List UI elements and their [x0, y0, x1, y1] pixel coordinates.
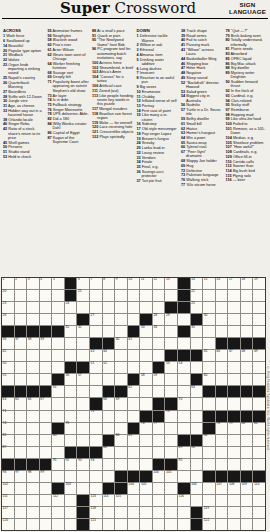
- answer-cell[interactable]: [165, 423, 177, 434]
- answer-cell[interactable]: [228, 519, 240, 530]
- answer-cell[interactable]: [90, 374, 102, 385]
- answer-cell[interactable]: 90: [191, 447, 203, 458]
- answer-cell[interactable]: 85: [128, 435, 140, 446]
- answer-cell[interactable]: [216, 362, 228, 373]
- answer-cell[interactable]: [103, 471, 115, 482]
- answer-cell[interactable]: 96: [2, 471, 14, 482]
- answer-cell[interactable]: [253, 459, 265, 470]
- answer-cell[interactable]: [103, 423, 115, 434]
- answer-cell[interactable]: 48: [241, 350, 253, 361]
- answer-cell[interactable]: [52, 471, 64, 482]
- answer-cell[interactable]: 83: [52, 435, 64, 446]
- answer-cell[interactable]: [65, 507, 77, 518]
- answer-cell[interactable]: [228, 374, 240, 385]
- answer-cell[interactable]: [165, 447, 177, 458]
- answer-cell[interactable]: [15, 423, 27, 434]
- answer-cell[interactable]: [128, 314, 140, 325]
- answer-cell[interactable]: [27, 411, 39, 422]
- answer-cell[interactable]: [77, 423, 89, 434]
- answer-cell[interactable]: [153, 302, 165, 313]
- answer-cell[interactable]: [153, 350, 165, 361]
- answer-cell[interactable]: [253, 374, 265, 385]
- answer-cell[interactable]: 9: [115, 278, 127, 289]
- answer-cell[interactable]: [140, 398, 152, 409]
- answer-cell[interactable]: 107: [216, 483, 228, 494]
- answer-cell[interactable]: [153, 338, 165, 349]
- answer-cell[interactable]: [40, 435, 52, 446]
- answer-cell[interactable]: [115, 290, 127, 301]
- answer-cell[interactable]: [65, 350, 77, 361]
- answer-cell[interactable]: [52, 507, 64, 518]
- answer-cell[interactable]: 14: [191, 278, 203, 289]
- answer-cell[interactable]: [52, 447, 64, 458]
- answer-cell[interactable]: [178, 507, 190, 518]
- answer-cell[interactable]: [40, 483, 52, 494]
- answer-cell[interactable]: [140, 519, 152, 530]
- answer-cell[interactable]: [128, 495, 140, 506]
- answer-cell[interactable]: 120: [2, 519, 14, 530]
- answer-cell[interactable]: [253, 314, 265, 325]
- answer-cell[interactable]: [178, 519, 190, 530]
- answer-cell[interactable]: [228, 326, 240, 337]
- answer-cell[interactable]: 11: [140, 278, 152, 289]
- answer-cell[interactable]: [228, 435, 240, 446]
- answer-cell[interactable]: [90, 435, 102, 446]
- answer-cell[interactable]: [128, 398, 140, 409]
- answer-cell[interactable]: [191, 423, 203, 434]
- answer-cell[interactable]: 15: [203, 278, 215, 289]
- answer-cell[interactable]: [52, 314, 64, 325]
- answer-cell[interactable]: [128, 411, 140, 422]
- answer-cell[interactable]: [27, 447, 39, 458]
- answer-cell[interactable]: [27, 423, 39, 434]
- answer-cell[interactable]: [228, 495, 240, 506]
- answer-cell[interactable]: [165, 435, 177, 446]
- answer-cell[interactable]: 111: [2, 495, 14, 506]
- answer-cell[interactable]: 50: [2, 362, 14, 373]
- answer-cell[interactable]: [191, 459, 203, 470]
- answer-cell[interactable]: [165, 519, 177, 530]
- answer-cell[interactable]: [153, 483, 165, 494]
- answer-cell[interactable]: [65, 338, 77, 349]
- answer-cell[interactable]: 82: [2, 435, 14, 446]
- answer-cell[interactable]: [241, 302, 253, 313]
- answer-cell[interactable]: [140, 350, 152, 361]
- answer-cell[interactable]: 55: [2, 374, 14, 385]
- answer-cell[interactable]: 114: [103, 495, 115, 506]
- answer-cell[interactable]: [153, 507, 165, 518]
- answer-cell[interactable]: [191, 471, 203, 482]
- answer-cell[interactable]: 89: [178, 447, 190, 458]
- answer-cell[interactable]: 71: [2, 411, 14, 422]
- answer-cell[interactable]: [140, 495, 152, 506]
- answer-cell[interactable]: 86: [203, 435, 215, 446]
- answer-cell[interactable]: 17: [228, 278, 240, 289]
- answer-cell[interactable]: [115, 362, 127, 373]
- answer-cell[interactable]: 97: [15, 471, 27, 482]
- answer-cell[interactable]: 51: [90, 362, 102, 373]
- answer-cell[interactable]: 32: [77, 326, 89, 337]
- answer-cell[interactable]: [40, 519, 52, 530]
- answer-cell[interactable]: 60: [203, 374, 215, 385]
- answer-cell[interactable]: [203, 338, 215, 349]
- answer-cell[interactable]: [216, 290, 228, 301]
- answer-cell[interactable]: 87: [2, 447, 14, 458]
- answer-cell[interactable]: [65, 435, 77, 446]
- answer-cell[interactable]: [27, 362, 39, 373]
- answer-cell[interactable]: [241, 326, 253, 337]
- answer-cell[interactable]: 35: [191, 326, 203, 337]
- answer-cell[interactable]: [15, 435, 27, 446]
- answer-cell[interactable]: 41: [128, 338, 140, 349]
- answer-cell[interactable]: [52, 411, 64, 422]
- answer-cell[interactable]: [27, 302, 39, 313]
- answer-cell[interactable]: 70: [178, 398, 190, 409]
- answer-cell[interactable]: 62: [128, 386, 140, 397]
- answer-cell[interactable]: [15, 374, 27, 385]
- answer-cell[interactable]: [90, 471, 102, 482]
- answer-cell[interactable]: [165, 495, 177, 506]
- answer-cell[interactable]: 22: [191, 290, 203, 301]
- answer-cell[interactable]: [253, 362, 265, 373]
- answer-cell[interactable]: 112: [52, 495, 64, 506]
- answer-cell[interactable]: [103, 519, 115, 530]
- answer-cell[interactable]: [15, 519, 27, 530]
- answer-cell[interactable]: [40, 507, 52, 518]
- answer-cell[interactable]: [103, 507, 115, 518]
- answer-cell[interactable]: 122: [203, 519, 215, 530]
- answer-cell[interactable]: [90, 302, 102, 313]
- answer-cell[interactable]: [191, 362, 203, 373]
- answer-cell[interactable]: [241, 398, 253, 409]
- answer-cell[interactable]: [253, 447, 265, 458]
- answer-cell[interactable]: 116: [178, 495, 190, 506]
- answer-cell[interactable]: [228, 314, 240, 325]
- answer-cell[interactable]: [128, 507, 140, 518]
- answer-cell[interactable]: 105: [140, 483, 152, 494]
- answer-cell[interactable]: 64: [2, 398, 14, 409]
- answer-cell[interactable]: [15, 302, 27, 313]
- answer-cell[interactable]: 45: [203, 350, 215, 361]
- answer-cell[interactable]: [228, 459, 240, 470]
- answer-cell[interactable]: 42: [2, 350, 14, 361]
- answer-cell[interactable]: [115, 519, 127, 530]
- answer-cell[interactable]: [27, 483, 39, 494]
- answer-cell[interactable]: 102: [2, 483, 14, 494]
- answer-cell[interactable]: 53: [165, 362, 177, 373]
- answer-cell[interactable]: [253, 302, 265, 313]
- answer-cell[interactable]: 94: [90, 459, 102, 470]
- answer-cell[interactable]: 13: [165, 278, 177, 289]
- answer-cell[interactable]: [128, 350, 140, 361]
- answer-cell[interactable]: [52, 362, 64, 373]
- answer-cell[interactable]: 77: [153, 423, 165, 434]
- answer-cell[interactable]: 56: [65, 374, 77, 385]
- answer-cell[interactable]: [77, 386, 89, 397]
- answer-cell[interactable]: 43: [90, 350, 102, 361]
- answer-cell[interactable]: 5: [52, 278, 64, 289]
- answer-cell[interactable]: 110: [253, 483, 265, 494]
- answer-cell[interactable]: 8: [103, 278, 115, 289]
- answer-cell[interactable]: [65, 519, 77, 530]
- answer-cell[interactable]: 72: [90, 411, 102, 422]
- answer-cell[interactable]: [65, 314, 77, 325]
- answer-cell[interactable]: [191, 411, 203, 422]
- answer-cell[interactable]: [241, 507, 253, 518]
- answer-cell[interactable]: [241, 447, 253, 458]
- answer-cell[interactable]: [27, 519, 39, 530]
- answer-cell[interactable]: 16: [216, 278, 228, 289]
- answer-cell[interactable]: 33: [140, 326, 152, 337]
- answer-cell[interactable]: [40, 447, 52, 458]
- answer-cell[interactable]: 23: [2, 302, 14, 313]
- answer-cell[interactable]: 44: [103, 350, 115, 361]
- answer-cell[interactable]: [128, 459, 140, 470]
- answer-cell[interactable]: 58: [140, 374, 152, 385]
- answer-cell[interactable]: [203, 326, 215, 337]
- answer-cell[interactable]: [27, 350, 39, 361]
- answer-cell[interactable]: [228, 398, 240, 409]
- answer-cell[interactable]: [115, 326, 127, 337]
- answer-cell[interactable]: [216, 459, 228, 470]
- answer-cell[interactable]: [178, 411, 190, 422]
- answer-cell[interactable]: 104: [128, 483, 140, 494]
- answer-cell[interactable]: [165, 507, 177, 518]
- answer-cell[interactable]: [253, 495, 265, 506]
- answer-cell[interactable]: 20: [2, 290, 14, 301]
- answer-cell[interactable]: 65: [15, 398, 27, 409]
- answer-cell[interactable]: [228, 447, 240, 458]
- answer-cell[interactable]: [216, 398, 228, 409]
- answer-cell[interactable]: 6: [77, 278, 89, 289]
- answer-cell[interactable]: [128, 362, 140, 373]
- answer-cell[interactable]: [241, 362, 253, 373]
- answer-cell[interactable]: [15, 290, 27, 301]
- answer-cell[interactable]: [228, 362, 240, 373]
- answer-cell[interactable]: 95: [178, 459, 190, 470]
- answer-cell[interactable]: [103, 302, 115, 313]
- answer-cell[interactable]: [52, 290, 64, 301]
- answer-cell[interactable]: 10: [128, 278, 140, 289]
- answer-cell[interactable]: 73: [165, 411, 177, 422]
- answer-cell[interactable]: [216, 374, 228, 385]
- answer-cell[interactable]: [103, 374, 115, 385]
- answer-cell[interactable]: 49: [253, 350, 265, 361]
- answer-cell[interactable]: [140, 507, 152, 518]
- answer-cell[interactable]: [165, 483, 177, 494]
- answer-cell[interactable]: [77, 483, 89, 494]
- answer-cell[interactable]: [191, 398, 203, 409]
- answer-cell[interactable]: [216, 435, 228, 446]
- answer-cell[interactable]: [203, 302, 215, 313]
- answer-cell[interactable]: 40: [115, 338, 127, 349]
- answer-cell[interactable]: [253, 290, 265, 301]
- answer-cell[interactable]: [15, 483, 27, 494]
- answer-cell[interactable]: 36: [2, 338, 14, 349]
- answer-cell[interactable]: [40, 362, 52, 373]
- answer-cell[interactable]: 12: [153, 278, 165, 289]
- answer-cell[interactable]: 38: [27, 338, 39, 349]
- answer-cell[interactable]: [115, 447, 127, 458]
- answer-cell[interactable]: [77, 302, 89, 313]
- answer-cell[interactable]: [27, 314, 39, 325]
- answer-cell[interactable]: [241, 435, 253, 446]
- answer-cell[interactable]: [140, 447, 152, 458]
- answer-cell[interactable]: [27, 374, 39, 385]
- answer-cell[interactable]: [15, 362, 27, 373]
- answer-cell[interactable]: 28: [153, 314, 165, 325]
- answer-cell[interactable]: [140, 435, 152, 446]
- answer-cell[interactable]: [65, 495, 77, 506]
- answer-cell[interactable]: 66: [27, 398, 39, 409]
- answer-cell[interactable]: 61: [52, 386, 64, 397]
- answer-cell[interactable]: [128, 519, 140, 530]
- answer-cell[interactable]: [203, 495, 215, 506]
- answer-cell[interactable]: [165, 374, 177, 385]
- answer-cell[interactable]: 47: [228, 350, 240, 361]
- answer-cell[interactable]: [241, 374, 253, 385]
- answer-cell[interactable]: [241, 314, 253, 325]
- answer-cell[interactable]: 108: [228, 483, 240, 494]
- answer-cell[interactable]: [153, 447, 165, 458]
- answer-cell[interactable]: [216, 302, 228, 313]
- answer-cell[interactable]: [90, 290, 102, 301]
- answer-cell[interactable]: [216, 519, 228, 530]
- answer-cell[interactable]: [178, 423, 190, 434]
- answer-cell[interactable]: 113: [90, 495, 102, 506]
- answer-cell[interactable]: [27, 495, 39, 506]
- answer-cell[interactable]: [77, 411, 89, 422]
- answer-cell[interactable]: [178, 386, 190, 397]
- answer-cell[interactable]: 24: [65, 302, 77, 313]
- answer-cell[interactable]: [103, 326, 115, 337]
- answer-cell[interactable]: [40, 290, 52, 301]
- answer-cell[interactable]: [15, 350, 27, 361]
- answer-cell[interactable]: [40, 350, 52, 361]
- answer-cell[interactable]: [40, 423, 52, 434]
- answer-cell[interactable]: 7: [90, 278, 102, 289]
- answer-cell[interactable]: [241, 495, 253, 506]
- answer-cell[interactable]: 2: [15, 278, 27, 289]
- answer-cell[interactable]: 100: [153, 471, 165, 482]
- answer-cell[interactable]: 37: [15, 338, 27, 349]
- answer-cell[interactable]: [40, 495, 52, 506]
- answer-cell[interactable]: 84: [115, 435, 127, 446]
- answer-cell[interactable]: 46: [216, 350, 228, 361]
- answer-cell[interactable]: [165, 290, 177, 301]
- answer-cell[interactable]: 81: [253, 423, 265, 434]
- answer-cell[interactable]: 57: [77, 374, 89, 385]
- answer-cell[interactable]: [216, 314, 228, 325]
- answer-cell[interactable]: [228, 290, 240, 301]
- answer-cell[interactable]: 21: [77, 290, 89, 301]
- answer-cell[interactable]: [40, 314, 52, 325]
- answer-cell[interactable]: [115, 350, 127, 361]
- answer-cell[interactable]: [153, 386, 165, 397]
- answer-cell[interactable]: [178, 314, 190, 325]
- answer-cell[interactable]: 118: [90, 507, 102, 518]
- answer-cell[interactable]: 34: [153, 326, 165, 337]
- answer-cell[interactable]: [228, 302, 240, 313]
- answer-cell[interactable]: [165, 338, 177, 349]
- answer-cell[interactable]: [115, 314, 127, 325]
- answer-cell[interactable]: [40, 411, 52, 422]
- answer-cell[interactable]: [140, 290, 152, 301]
- answer-cell[interactable]: 63: [191, 386, 203, 397]
- answer-cell[interactable]: [128, 447, 140, 458]
- answer-cell[interactable]: [203, 290, 215, 301]
- answer-cell[interactable]: 88: [103, 447, 115, 458]
- answer-cell[interactable]: [90, 483, 102, 494]
- answer-cell[interactable]: [27, 435, 39, 446]
- answer-cell[interactable]: 103: [65, 483, 77, 494]
- answer-cell[interactable]: 74: [2, 423, 14, 434]
- answer-cell[interactable]: [241, 459, 253, 470]
- answer-cell[interactable]: [103, 290, 115, 301]
- answer-cell[interactable]: 67: [40, 398, 52, 409]
- answer-cell[interactable]: [140, 338, 152, 349]
- answer-cell[interactable]: [191, 338, 203, 349]
- answer-cell[interactable]: [52, 350, 64, 361]
- answer-cell[interactable]: [140, 362, 152, 373]
- answer-cell[interactable]: [115, 507, 127, 518]
- answer-cell[interactable]: 80: [241, 423, 253, 434]
- answer-cell[interactable]: [216, 507, 228, 518]
- answer-cell[interactable]: 98: [27, 471, 39, 482]
- answer-cell[interactable]: [65, 411, 77, 422]
- answer-cell[interactable]: 3: [27, 278, 39, 289]
- answer-cell[interactable]: [216, 495, 228, 506]
- answer-cell[interactable]: [27, 507, 39, 518]
- answer-cell[interactable]: [216, 326, 228, 337]
- answer-cell[interactable]: 99: [40, 471, 52, 482]
- answer-cell[interactable]: [15, 495, 27, 506]
- answer-cell[interactable]: 92: [65, 459, 77, 470]
- answer-cell[interactable]: 1: [2, 278, 14, 289]
- answer-cell[interactable]: [90, 386, 102, 397]
- answer-cell[interactable]: [203, 398, 215, 409]
- answer-cell[interactable]: [65, 386, 77, 397]
- answer-cell[interactable]: [203, 483, 215, 494]
- answer-cell[interactable]: 59: [153, 374, 165, 385]
- answer-cell[interactable]: 109: [241, 483, 253, 494]
- answer-cell[interactable]: [15, 314, 27, 325]
- answer-cell[interactable]: [52, 398, 64, 409]
- answer-cell[interactable]: 29: [165, 314, 177, 325]
- answer-cell[interactable]: [90, 423, 102, 434]
- answer-cell[interactable]: [90, 326, 102, 337]
- answer-cell[interactable]: [52, 302, 64, 313]
- answer-cell[interactable]: [128, 302, 140, 313]
- answer-cell[interactable]: [153, 290, 165, 301]
- answer-cell[interactable]: [103, 411, 115, 422]
- answer-cell[interactable]: [253, 326, 265, 337]
- answer-cell[interactable]: 91: [52, 459, 64, 470]
- answer-cell[interactable]: 68: [103, 398, 115, 409]
- answer-cell[interactable]: 117: [2, 507, 14, 518]
- answer-cell[interactable]: 39: [40, 338, 52, 349]
- answer-cell[interactable]: [140, 302, 152, 313]
- answer-cell[interactable]: [52, 519, 64, 530]
- answer-cell[interactable]: 106: [191, 483, 203, 494]
- answer-cell[interactable]: [77, 350, 89, 361]
- answer-cell[interactable]: [65, 398, 77, 409]
- answer-cell[interactable]: [253, 519, 265, 530]
- answer-cell[interactable]: [77, 338, 89, 349]
- answer-cell[interactable]: [178, 374, 190, 385]
- answer-cell[interactable]: 76: [140, 423, 152, 434]
- answer-cell[interactable]: [140, 459, 152, 470]
